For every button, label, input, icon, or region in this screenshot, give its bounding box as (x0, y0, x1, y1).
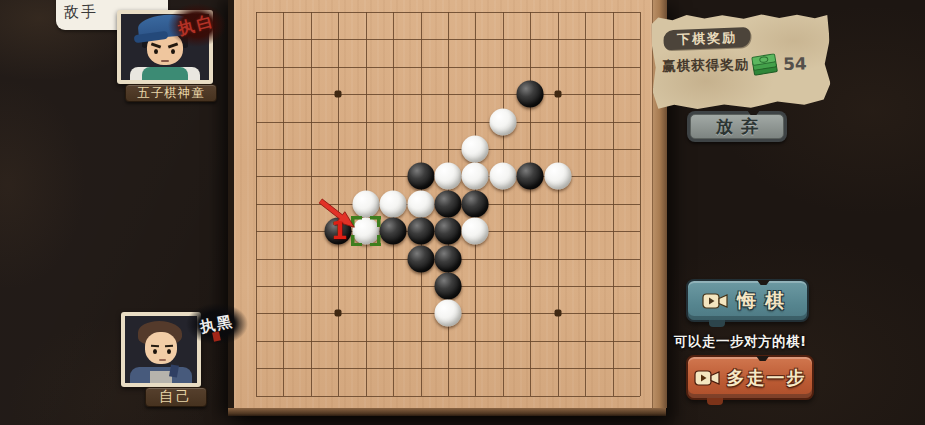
opponent-scarf (142, 67, 188, 80)
grid-line (613, 12, 614, 396)
gomoku-board[interactable]: 1 (228, 0, 666, 416)
reward-title-badge: 下棋奖励 (663, 27, 751, 50)
white-stone (544, 163, 571, 190)
white-stone (462, 136, 489, 163)
black-stone (407, 163, 434, 190)
reward-desc: 赢棋获得奖励 (662, 56, 749, 76)
white-stone (352, 190, 379, 217)
grid-line (256, 368, 640, 369)
black-stone (435, 245, 462, 272)
undo-button[interactable]: 悔棋 (686, 279, 809, 322)
star-point (335, 91, 342, 98)
black-stone (435, 218, 462, 245)
player-mouth (159, 359, 166, 361)
grid-line (558, 12, 559, 396)
button-tab (707, 398, 723, 405)
hint-text: 可以走一步对方的棋! (674, 333, 832, 351)
star-point (335, 310, 342, 317)
give-up-label: 放弃 (690, 114, 784, 139)
white-stone (380, 190, 407, 217)
video-ad-icon (702, 291, 728, 311)
black-stone (462, 190, 489, 217)
black-stone (517, 163, 544, 190)
speech-bubble-text: 敌手 (64, 3, 98, 22)
move-number-label: 1 (331, 217, 347, 245)
button-notch (756, 356, 769, 361)
opponent-eye (171, 49, 175, 54)
button-tab (709, 320, 725, 327)
star-point (554, 91, 561, 98)
player-eye (167, 349, 171, 354)
black-stone (435, 273, 462, 300)
player-name-plate: 自己 (145, 387, 207, 407)
player-name: 自己 (159, 388, 193, 406)
button-notch (757, 280, 770, 285)
money-stack-icon (751, 53, 779, 77)
white-stone (462, 218, 489, 245)
opponent-name: 五子棋神童 (137, 85, 205, 102)
white-stone (435, 163, 462, 190)
black-stone (407, 218, 434, 245)
white-stone (489, 163, 516, 190)
star-point (554, 310, 561, 317)
board-bottom-edge (228, 408, 666, 416)
opponent-name-plate: 五子棋神童 (125, 84, 217, 102)
board-grid[interactable]: 1 (256, 12, 641, 396)
side-badge-white-text: 执白 (176, 10, 218, 40)
grid-line (256, 396, 640, 397)
side-badge-white: 执白 (168, 3, 226, 47)
black-stone (407, 245, 434, 272)
white-stone (489, 108, 516, 135)
white-stone (462, 163, 489, 190)
grid-line (503, 12, 504, 396)
reward-amount: 54 (783, 54, 807, 74)
black-stone (435, 190, 462, 217)
give-up-button[interactable]: 放弃 (687, 111, 787, 142)
black-stone (517, 81, 544, 108)
grid-line (530, 12, 531, 396)
video-ad-icon (694, 368, 720, 388)
black-stone (380, 218, 407, 245)
player-eye (153, 349, 157, 354)
grid-line (640, 12, 641, 396)
grid-line (256, 341, 640, 342)
grid-line (585, 12, 586, 396)
undo-label: 悔棋 (735, 288, 793, 314)
white-stone (435, 300, 462, 327)
reward-title: 下棋奖励 (677, 29, 738, 49)
extra-move-label: 多走一步 (727, 366, 807, 390)
opponent-eye (154, 49, 158, 54)
extra-move-button[interactable]: 多走一步 (686, 355, 814, 400)
opponent-mouth (161, 60, 169, 62)
reward-panel: 下棋奖励 赢棋获得奖励 54 (651, 11, 831, 111)
white-stone (407, 190, 434, 217)
